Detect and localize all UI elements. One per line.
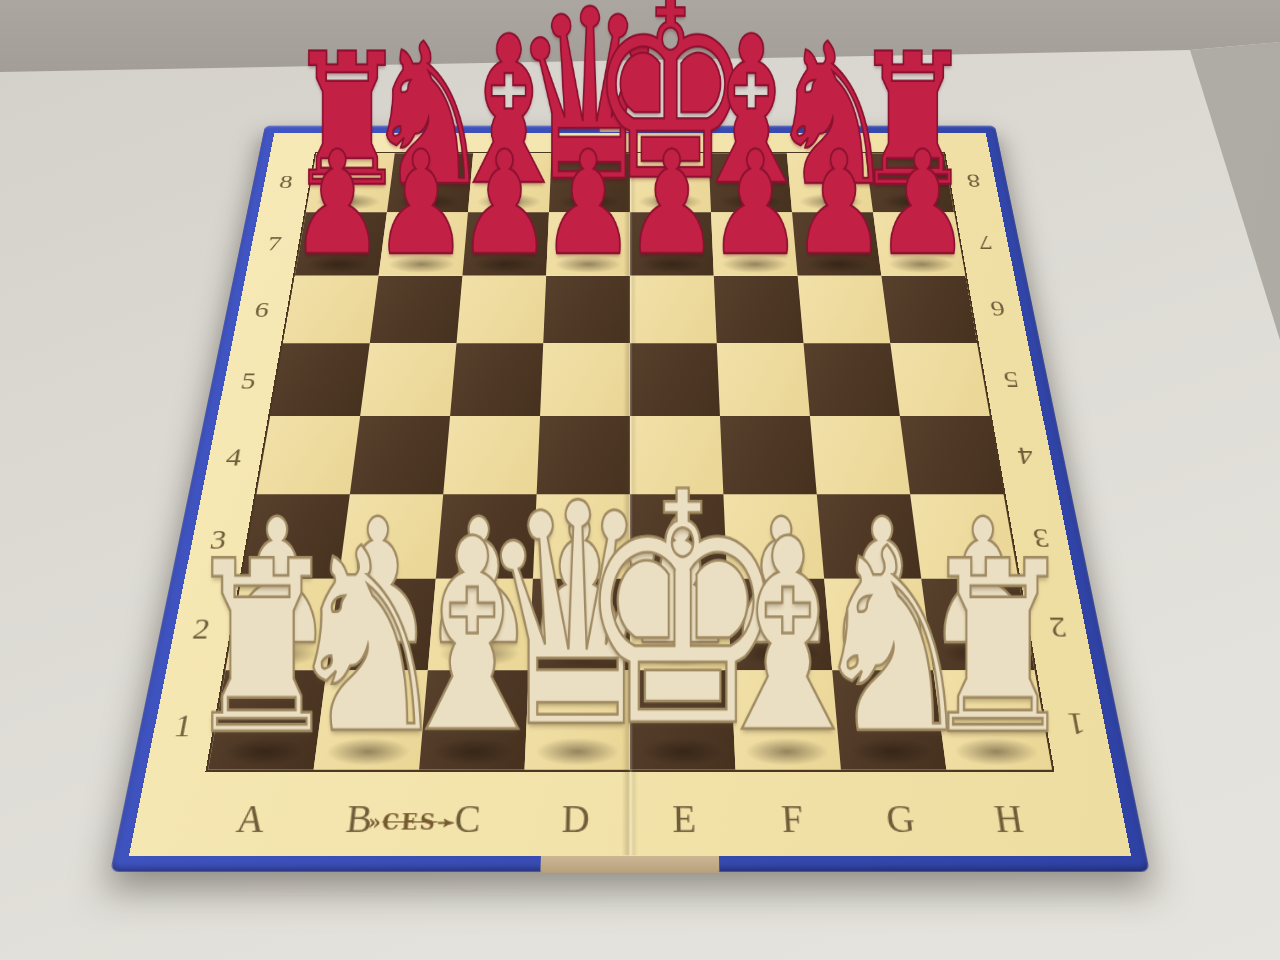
red-pawn: ♟ bbox=[541, 135, 636, 271]
board-grid: ♜♞♝♛♚♝♞♜♟♟♟♟♟♟♟♟♟♟♟♟♟♟♟♟♜♞♝♛♚♝♞♜ bbox=[205, 152, 1054, 772]
square-f6 bbox=[714, 276, 804, 344]
square-h5 bbox=[890, 343, 990, 416]
board-cover: 87654321 87654321 ♜♞♝♛♚♝♞♜♟♟♟♟♟♟♟♟♟♟♟♟♟♟… bbox=[110, 126, 1150, 872]
hinge-tab-bottom bbox=[540, 853, 719, 872]
square-d7: ♟ bbox=[546, 212, 630, 275]
square-g5 bbox=[804, 343, 900, 416]
square-b5 bbox=[360, 343, 456, 416]
red-pawn: ♟ bbox=[373, 135, 468, 271]
logo-text: CES bbox=[381, 810, 438, 835]
square-c5 bbox=[450, 343, 543, 416]
red-pawn: ♟ bbox=[624, 135, 719, 271]
rank-label-left-5: 5 bbox=[221, 344, 275, 418]
file-label-e: E bbox=[630, 798, 739, 841]
square-f5 bbox=[717, 343, 810, 416]
file-label-f: F bbox=[737, 798, 848, 841]
square-f1: ♝ bbox=[731, 670, 841, 769]
file-label-h: H bbox=[952, 798, 1067, 841]
chess-board: 87654321 87654321 ♜♞♝♛♚♝♞♜♟♟♟♟♟♟♟♟♟♟♟♟♟♟… bbox=[110, 126, 1150, 872]
square-c6 bbox=[456, 276, 546, 344]
white-bishop: ♝ bbox=[700, 511, 876, 763]
rank-label-right-6: 6 bbox=[972, 276, 1024, 344]
file-label-a: A bbox=[193, 798, 308, 841]
rank-label-left-6: 6 bbox=[236, 276, 288, 344]
square-d5 bbox=[540, 343, 630, 416]
board-margin: 87654321 87654321 ♜♞♝♛♚♝♞♜♟♟♟♟♟♟♟♟♟♟♟♟♟♟… bbox=[129, 133, 1131, 855]
square-e7: ♟ bbox=[630, 212, 714, 275]
square-g7: ♟ bbox=[792, 212, 881, 275]
red-pawn: ♟ bbox=[708, 135, 803, 271]
rank-label-right-5: 5 bbox=[985, 344, 1039, 418]
logo-arrow-right: ➛ bbox=[436, 810, 457, 835]
square-c1: ♝ bbox=[419, 670, 529, 769]
square-e6 bbox=[630, 276, 717, 344]
white-bishop: ♝ bbox=[384, 511, 560, 763]
red-pawn: ♟ bbox=[290, 135, 385, 271]
square-h7: ♟ bbox=[873, 212, 965, 275]
square-d6 bbox=[543, 276, 630, 344]
file-label-g: G bbox=[845, 798, 958, 841]
red-pawn: ♟ bbox=[791, 135, 886, 271]
square-a6 bbox=[283, 276, 379, 344]
square-g6 bbox=[798, 276, 891, 344]
square-b6 bbox=[370, 276, 463, 344]
square-c7: ♟ bbox=[462, 212, 549, 275]
maker-logo: »CES➛ bbox=[345, 810, 478, 835]
red-pawn: ♟ bbox=[457, 135, 552, 271]
square-a5 bbox=[270, 343, 370, 416]
square-e5 bbox=[630, 343, 720, 416]
square-h6 bbox=[881, 276, 977, 344]
square-f7: ♟ bbox=[711, 212, 798, 275]
square-b7: ♟ bbox=[379, 212, 468, 275]
file-label-d: D bbox=[521, 798, 630, 841]
